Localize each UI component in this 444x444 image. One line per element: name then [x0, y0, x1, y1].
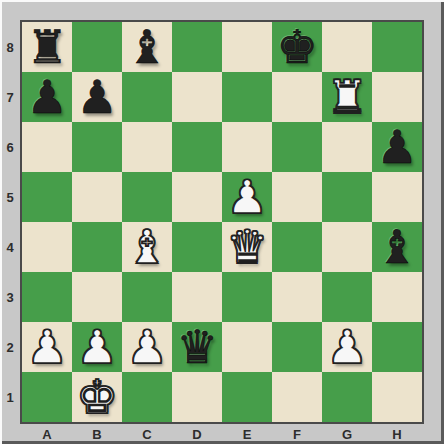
piece-white-rook[interactable]: ♜ — [326, 72, 367, 122]
square-a7[interactable]: ♟ — [22, 72, 72, 122]
square-g5[interactable] — [322, 172, 372, 222]
square-d4[interactable] — [172, 222, 222, 272]
rank-label-6: 6 — [0, 122, 20, 172]
file-label-f: F — [272, 424, 322, 444]
square-a8[interactable]: ♜ — [22, 22, 72, 72]
square-h3[interactable] — [372, 272, 422, 322]
square-b5[interactable] — [72, 172, 122, 222]
square-g2[interactable]: ♟ — [322, 322, 372, 372]
square-g3[interactable] — [322, 272, 372, 322]
square-h7[interactable] — [372, 72, 422, 122]
square-d7[interactable] — [172, 72, 222, 122]
square-a4[interactable] — [22, 222, 72, 272]
square-c1[interactable] — [122, 372, 172, 422]
square-b3[interactable] — [72, 272, 122, 322]
chessboard-frame: ♜♝♚♟♟♜♟♟♝♛♝♟♟♟♛♟♚ 8 7 6 5 4 3 2 1 A B C … — [0, 0, 444, 444]
square-a3[interactable] — [22, 272, 72, 322]
square-h6[interactable]: ♟ — [372, 122, 422, 172]
square-d1[interactable] — [172, 372, 222, 422]
piece-white-pawn[interactable]: ♟ — [226, 172, 267, 222]
square-f7[interactable] — [272, 72, 322, 122]
piece-white-queen[interactable]: ♛ — [226, 222, 267, 272]
square-e8[interactable] — [222, 22, 272, 72]
piece-black-pawn[interactable]: ♟ — [376, 122, 417, 172]
file-label-g: G — [322, 424, 372, 444]
square-h8[interactable] — [372, 22, 422, 72]
square-a5[interactable] — [22, 172, 72, 222]
file-label-b: B — [72, 424, 122, 444]
rank-label-1: 1 — [0, 372, 20, 422]
square-e1[interactable] — [222, 372, 272, 422]
piece-white-pawn[interactable]: ♟ — [326, 322, 367, 372]
square-c2[interactable]: ♟ — [122, 322, 172, 372]
square-e4[interactable]: ♛ — [222, 222, 272, 272]
square-c6[interactable] — [122, 122, 172, 172]
square-c4[interactable]: ♝ — [122, 222, 172, 272]
square-f8[interactable]: ♚ — [272, 22, 322, 72]
file-label-e: E — [222, 424, 272, 444]
piece-white-pawn[interactable]: ♟ — [26, 322, 67, 372]
square-a6[interactable] — [22, 122, 72, 172]
square-b2[interactable]: ♟ — [72, 322, 122, 372]
square-c3[interactable] — [122, 272, 172, 322]
rank-label-5: 5 — [0, 172, 20, 222]
piece-black-queen[interactable]: ♛ — [176, 322, 217, 372]
rank-labels: 8 7 6 5 4 3 2 1 — [0, 22, 20, 422]
square-b6[interactable] — [72, 122, 122, 172]
square-h2[interactable] — [372, 322, 422, 372]
piece-white-bishop[interactable]: ♝ — [126, 222, 167, 272]
square-g7[interactable]: ♜ — [322, 72, 372, 122]
square-b7[interactable]: ♟ — [72, 72, 122, 122]
chessboard: ♜♝♚♟♟♜♟♟♝♛♝♟♟♟♛♟♚ — [20, 20, 424, 424]
square-e7[interactable] — [222, 72, 272, 122]
square-f6[interactable] — [272, 122, 322, 172]
file-label-c: C — [122, 424, 172, 444]
piece-black-king[interactable]: ♚ — [276, 22, 317, 72]
file-label-a: A — [22, 424, 72, 444]
square-c7[interactable] — [122, 72, 172, 122]
square-g4[interactable] — [322, 222, 372, 272]
piece-black-pawn[interactable]: ♟ — [26, 72, 67, 122]
piece-black-bishop[interactable]: ♝ — [126, 22, 167, 72]
square-a1[interactable] — [22, 372, 72, 422]
square-a2[interactable]: ♟ — [22, 322, 72, 372]
rank-label-4: 4 — [0, 222, 20, 272]
file-label-h: H — [372, 424, 422, 444]
square-h4[interactable]: ♝ — [372, 222, 422, 272]
square-e6[interactable] — [222, 122, 272, 172]
square-d5[interactable] — [172, 172, 222, 222]
square-f2[interactable] — [272, 322, 322, 372]
square-b4[interactable] — [72, 222, 122, 272]
square-e2[interactable] — [222, 322, 272, 372]
piece-white-pawn[interactable]: ♟ — [126, 322, 167, 372]
square-d6[interactable] — [172, 122, 222, 172]
square-e3[interactable] — [222, 272, 272, 322]
rank-label-8: 8 — [0, 22, 20, 72]
rank-label-2: 2 — [0, 322, 20, 372]
piece-white-king[interactable]: ♚ — [76, 372, 117, 422]
square-g6[interactable] — [322, 122, 372, 172]
square-d8[interactable] — [172, 22, 222, 72]
square-b8[interactable] — [72, 22, 122, 72]
square-c8[interactable]: ♝ — [122, 22, 172, 72]
square-b1[interactable]: ♚ — [72, 372, 122, 422]
piece-black-bishop[interactable]: ♝ — [376, 222, 417, 272]
piece-black-rook[interactable]: ♜ — [26, 22, 67, 72]
square-f5[interactable] — [272, 172, 322, 222]
square-d2[interactable]: ♛ — [172, 322, 222, 372]
piece-black-pawn[interactable]: ♟ — [76, 72, 117, 122]
square-g8[interactable] — [322, 22, 372, 72]
square-f3[interactable] — [272, 272, 322, 322]
square-h5[interactable] — [372, 172, 422, 222]
square-d3[interactable] — [172, 272, 222, 322]
square-c5[interactable] — [122, 172, 172, 222]
file-labels: A B C D E F G H — [22, 424, 422, 444]
piece-white-pawn[interactable]: ♟ — [76, 322, 117, 372]
square-e5[interactable]: ♟ — [222, 172, 272, 222]
square-f4[interactable] — [272, 222, 322, 272]
rank-label-7: 7 — [0, 72, 20, 122]
square-h1[interactable] — [372, 372, 422, 422]
square-f1[interactable] — [272, 372, 322, 422]
file-label-d: D — [172, 424, 222, 444]
square-g1[interactable] — [322, 372, 372, 422]
rank-label-3: 3 — [0, 272, 20, 322]
